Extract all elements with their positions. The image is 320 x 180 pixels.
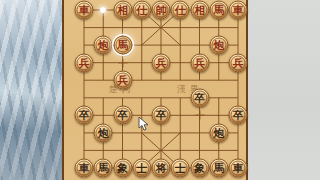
piece-character: 馬: [98, 159, 109, 178]
piece-character: 卒: [156, 106, 167, 125]
xiangqi-piece-black-卒[interactable]: 卒: [75, 106, 94, 125]
piece-character: 兵: [156, 53, 167, 72]
xiangqi-piece-red-兵[interactable]: 兵: [75, 53, 94, 72]
xiangqi-piece-black-炮[interactable]: 炮: [94, 123, 113, 142]
xiangqi-piece-black-馬[interactable]: 馬: [209, 159, 228, 178]
piece-character: 卒: [233, 106, 244, 125]
mountain-mist-overlay: [0, 0, 62, 180]
piece-character: 馬: [117, 36, 128, 55]
xiangqi-piece-black-士[interactable]: 士: [132, 159, 151, 178]
piece-character: 士: [175, 159, 186, 178]
piece-character: 炮: [213, 36, 224, 55]
background-mountain-image: [0, 0, 62, 180]
piece-character: 車: [233, 1, 244, 20]
xiangqi-piece-red-車[interactable]: 車: [75, 1, 94, 20]
xiangqi-board[interactable]: 楚河 漢界 車相仕帥仕相馬車炮馬炮兵兵兵兵兵卒卒卒卒卒炮炮車馬象士将士象馬車: [62, 0, 248, 180]
xiangqi-piece-red-仕[interactable]: 仕: [171, 1, 190, 20]
piece-character: 車: [79, 1, 90, 20]
piece-character: 帥: [156, 1, 167, 20]
piece-character: 士: [136, 159, 147, 178]
last-move-origin-dot: [100, 7, 106, 13]
piece-character: 馬: [213, 1, 224, 20]
xiangqi-piece-black-卒[interactable]: 卒: [113, 106, 132, 125]
xiangqi-piece-red-兵[interactable]: 兵: [152, 53, 171, 72]
piece-character: 車: [233, 159, 244, 178]
xiangqi-piece-black-卒[interactable]: 卒: [152, 106, 171, 125]
xiangqi-piece-red-炮[interactable]: 炮: [209, 36, 228, 55]
piece-character: 炮: [98, 123, 109, 142]
piece-character: 兵: [79, 53, 90, 72]
xiangqi-piece-red-兵[interactable]: 兵: [113, 71, 132, 90]
xiangqi-piece-red-帥[interactable]: 帥: [152, 1, 171, 20]
xiangqi-piece-black-卒[interactable]: 卒: [190, 88, 209, 107]
piece-character: 車: [79, 159, 90, 178]
xiangqi-piece-black-象[interactable]: 象: [113, 159, 132, 178]
piece-character: 炮: [98, 36, 109, 55]
board-grid: [64, 0, 250, 180]
xiangqi-piece-red-馬[interactable]: 馬: [209, 1, 228, 20]
xiangqi-piece-black-馬[interactable]: 馬: [94, 159, 113, 178]
piece-character: 卒: [117, 106, 128, 125]
xiangqi-piece-red-馬[interactable]: 馬: [113, 36, 132, 55]
xiangqi-piece-black-車[interactable]: 車: [75, 159, 94, 178]
xiangqi-piece-red-車[interactable]: 車: [229, 1, 248, 20]
game-screen: 楚河 漢界 車相仕帥仕相馬車炮馬炮兵兵兵兵兵卒卒卒卒卒炮炮車馬象士将士象馬車: [0, 0, 320, 180]
piece-character: 将: [156, 159, 167, 178]
xiangqi-piece-red-相[interactable]: 相: [190, 1, 209, 20]
xiangqi-piece-red-兵[interactable]: 兵: [190, 53, 209, 72]
piece-character: 馬: [213, 159, 224, 178]
piece-character: 卒: [79, 106, 90, 125]
piece-character: 兵: [117, 71, 128, 90]
piece-character: 象: [194, 159, 205, 178]
xiangqi-piece-black-象[interactable]: 象: [190, 159, 209, 178]
xiangqi-piece-red-炮[interactable]: 炮: [94, 36, 113, 55]
xiangqi-piece-black-将[interactable]: 将: [152, 159, 171, 178]
piece-character: 仕: [175, 1, 186, 20]
piece-character: 兵: [233, 53, 244, 72]
piece-character: 仕: [136, 1, 147, 20]
piece-character: 炮: [213, 123, 224, 142]
xiangqi-piece-red-仕[interactable]: 仕: [132, 1, 151, 20]
xiangqi-piece-black-炮[interactable]: 炮: [209, 123, 228, 142]
background-panel: [248, 0, 320, 180]
board-point-mark: [118, 58, 127, 67]
piece-character: 象: [117, 159, 128, 178]
xiangqi-piece-black-士[interactable]: 士: [171, 159, 190, 178]
xiangqi-piece-red-相[interactable]: 相: [113, 1, 132, 20]
piece-character: 相: [194, 1, 205, 20]
piece-character: 卒: [194, 88, 205, 107]
xiangqi-piece-black-車[interactable]: 車: [229, 159, 248, 178]
xiangqi-piece-red-兵[interactable]: 兵: [229, 53, 248, 72]
piece-character: 相: [117, 1, 128, 20]
board-point-mark: [195, 111, 204, 120]
piece-character: 兵: [194, 53, 205, 72]
xiangqi-piece-black-卒[interactable]: 卒: [229, 106, 248, 125]
